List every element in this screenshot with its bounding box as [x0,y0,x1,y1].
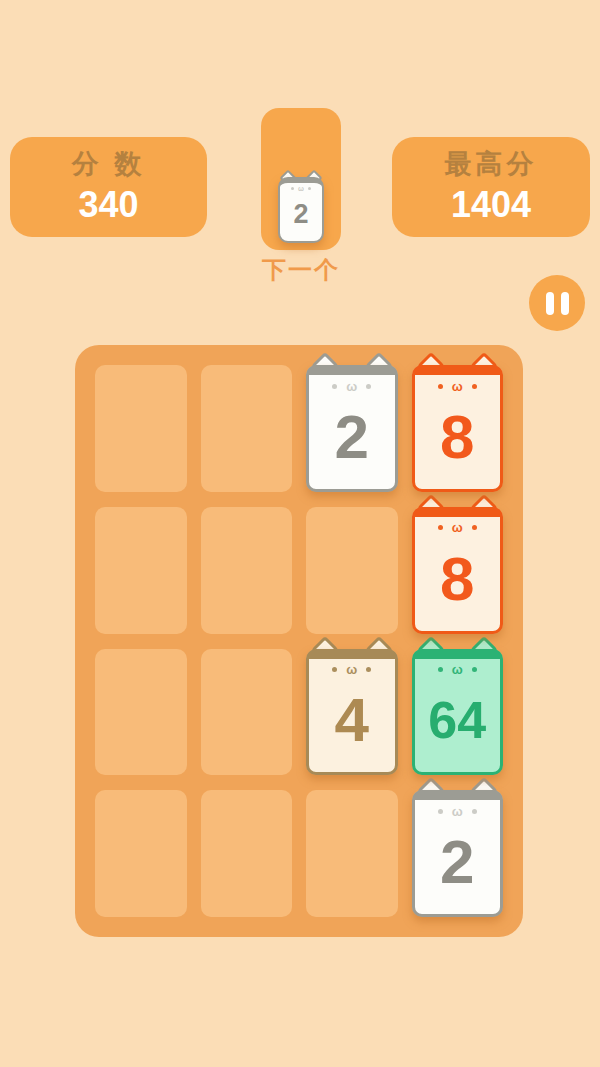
tile-value: 2 [293,188,308,241]
board-cell-r3c2 [201,649,293,776]
cat-mouth-icon: ω [346,380,357,393]
tile-value: 4 [335,668,369,773]
cat-mouth-icon: ω [346,663,357,676]
tile-64: ω64 [412,649,504,776]
cat-eye-icon [438,667,443,672]
board-cell-r2c1 [95,507,187,634]
board[interactable]: ω2ω8ω8ω4ω64ω2 [75,345,523,937]
cat-face-icon: ω [332,662,371,678]
board-cell-r1c4: ω8 [412,365,504,492]
cat-eye-icon [472,667,477,672]
pause-icon [546,292,554,315]
cat-face-icon: ω [438,520,477,536]
cat-mouth-icon: ω [452,380,463,393]
board-cell-r4c2 [201,790,293,917]
board-cell-r1c2 [201,365,293,492]
score-value: 340 [78,183,138,226]
tile-body: ω4 [306,649,398,776]
cat-eye-icon [366,384,371,389]
board-cell-r4c1 [95,790,187,917]
pause-icon [561,292,569,315]
cat-eye-icon [291,187,294,190]
board-cell-r3c1 [95,649,187,776]
cat-eye-icon [308,187,311,190]
tile-8: ω8 [412,507,504,634]
tile-body: ω8 [412,507,504,634]
tile-body: ω64 [412,649,504,776]
cat-eye-icon [366,667,371,672]
tile-body: ω2 [306,365,398,492]
tile-body: ω2 [278,177,324,243]
cat-eye-icon [472,809,477,814]
cat-face-icon: ω [438,662,477,678]
cat-mouth-icon: ω [452,663,463,676]
best-score-value: 1404 [451,183,531,226]
best-score-label: 最高分 [445,148,538,180]
next-label: 下一个 [241,254,361,286]
board-cell-r2c2 [201,507,293,634]
tile-value: 2 [335,384,369,489]
cat-mouth-icon: ω [298,185,304,192]
board-cell-r4c4: ω2 [412,790,504,917]
score-label: 分 数 [72,148,146,180]
next-tile-slot: ω2 [278,177,324,243]
cat-eye-icon [438,384,443,389]
board-cell-r3c3: ω4 [306,649,398,776]
cat-face-icon: ω [438,803,477,819]
best-score-panel: 最高分 1404 [392,137,590,237]
tile-2: ω2 [306,365,398,492]
pause-button[interactable] [529,275,585,331]
board-cell-r4c3 [306,790,398,917]
cat-face-icon: ω [438,378,477,394]
cat-mouth-icon: ω [452,521,463,534]
board-cell-r1c1 [95,365,187,492]
next-tile-panel: ω2 [261,108,341,250]
tile-value: 64 [428,668,486,773]
cat-mouth-icon: ω [452,805,463,818]
tile-value: 8 [440,526,474,631]
tile-body: ω2 [412,790,504,917]
board-cell-r2c3 [306,507,398,634]
cat-eye-icon [472,384,477,389]
board-cell-r3c4: ω64 [412,649,504,776]
cat-eye-icon [332,384,337,389]
tile-4: ω4 [306,649,398,776]
tile-8: ω8 [412,365,504,492]
tile-value: 2 [440,809,474,914]
tile-value: 8 [440,384,474,489]
cat-eye-icon [472,525,477,530]
cat-eye-icon [438,525,443,530]
cat-eye-icon [332,667,337,672]
cat-eye-icon [438,809,443,814]
board-cell-r1c3: ω2 [306,365,398,492]
board-cell-r2c4: ω8 [412,507,504,634]
tile-2: ω2 [412,790,504,917]
tile-2: ω2 [278,177,324,243]
cat-face-icon: ω [291,184,311,192]
tile-body: ω8 [412,365,504,492]
score-panel: 分 数 340 [10,137,207,237]
cat-face-icon: ω [332,378,371,394]
